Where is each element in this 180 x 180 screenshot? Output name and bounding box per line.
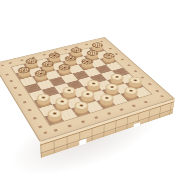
corner-screw-icon	[43, 131, 48, 134]
corner-screw-icon	[160, 95, 164, 98]
corner-screw-icon	[1, 64, 5, 66]
square-h5[interactable]	[106, 62, 123, 71]
product-photo	[0, 0, 180, 180]
